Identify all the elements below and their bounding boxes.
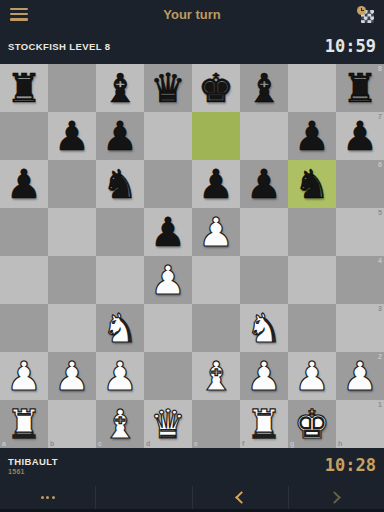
piece-black-bishop[interactable]: ♝ bbox=[102, 68, 138, 108]
piece-black-pawn[interactable]: ♟ bbox=[246, 164, 282, 204]
piece-white-rook[interactable]: ♜ bbox=[246, 404, 282, 444]
square-c2[interactable]: ♟ bbox=[96, 352, 144, 400]
piece-black-pawn[interactable]: ♟ bbox=[6, 164, 42, 204]
piece-black-queen[interactable]: ♛ bbox=[150, 68, 186, 108]
square-d8[interactable]: ♛ bbox=[144, 64, 192, 112]
bottom-nav bbox=[0, 486, 384, 509]
square-a7[interactable] bbox=[0, 112, 48, 160]
square-g1[interactable]: ♚g bbox=[288, 400, 336, 448]
square-c6[interactable]: ♞ bbox=[96, 160, 144, 208]
piece-black-pawn[interactable]: ♟ bbox=[342, 116, 378, 156]
more-actions-button[interactable] bbox=[0, 486, 95, 509]
square-a3[interactable] bbox=[0, 304, 48, 352]
square-h8[interactable]: ♜8 bbox=[336, 64, 384, 112]
coord-rank-3: 3 bbox=[378, 305, 382, 312]
square-g4[interactable] bbox=[288, 256, 336, 304]
piece-black-pawn[interactable]: ♟ bbox=[54, 116, 90, 156]
square-c4[interactable] bbox=[96, 256, 144, 304]
square-f8[interactable]: ♝ bbox=[240, 64, 288, 112]
piece-white-pawn[interactable]: ♟ bbox=[102, 356, 138, 396]
square-d3[interactable] bbox=[144, 304, 192, 352]
square-f7[interactable] bbox=[240, 112, 288, 160]
opponent-bar: STOCKFISH LEVEL 8 10:59 bbox=[0, 28, 384, 64]
square-h2[interactable]: ♟2 bbox=[336, 352, 384, 400]
coord-rank-7: 7 bbox=[378, 113, 382, 120]
piece-black-pawn[interactable]: ♟ bbox=[294, 116, 330, 156]
piece-black-pawn[interactable]: ♟ bbox=[198, 164, 234, 204]
piece-white-king[interactable]: ♚ bbox=[294, 404, 330, 444]
coord-rank-2: 2 bbox=[378, 353, 382, 360]
piece-black-knight[interactable]: ♞ bbox=[294, 164, 330, 204]
piece-white-pawn[interactable]: ♟ bbox=[6, 356, 42, 396]
chevron-right-icon bbox=[329, 491, 342, 504]
move-forward-button[interactable] bbox=[288, 486, 384, 509]
square-b7[interactable]: ♟ bbox=[48, 112, 96, 160]
coord-rank-8: 8 bbox=[378, 65, 382, 72]
square-e5[interactable]: ♟ bbox=[192, 208, 240, 256]
square-g7[interactable]: ♟ bbox=[288, 112, 336, 160]
piece-white-pawn[interactable]: ♟ bbox=[198, 212, 234, 252]
square-b2[interactable]: ♟ bbox=[48, 352, 96, 400]
coord-rank-6: 6 bbox=[378, 161, 382, 168]
square-a1[interactable]: ♜a bbox=[0, 400, 48, 448]
app-bar: Your turn bbox=[0, 0, 384, 28]
square-f2[interactable]: ♟ bbox=[240, 352, 288, 400]
piece-black-rook[interactable]: ♜ bbox=[342, 68, 378, 108]
coord-file-g: g bbox=[290, 440, 294, 447]
square-c8[interactable]: ♝ bbox=[96, 64, 144, 112]
square-c1[interactable]: ♝c bbox=[96, 400, 144, 448]
ongoing-games-button[interactable] bbox=[359, 6, 374, 23]
coord-file-f: f bbox=[242, 440, 244, 447]
coord-file-b: b bbox=[50, 440, 54, 447]
piece-black-pawn[interactable]: ♟ bbox=[102, 116, 138, 156]
ellipsis-icon bbox=[41, 496, 55, 499]
coord-rank-4: 4 bbox=[378, 257, 382, 264]
player-bar: THIBAULT 1561 10:28 bbox=[0, 448, 384, 482]
coord-file-a: a bbox=[2, 440, 6, 447]
opponent-name: STOCKFISH LEVEL 8 bbox=[8, 41, 111, 52]
piece-white-pawn[interactable]: ♟ bbox=[54, 356, 90, 396]
coord-file-c: c bbox=[98, 440, 102, 447]
piece-white-pawn[interactable]: ♟ bbox=[246, 356, 282, 396]
player-clock: 10:28 bbox=[325, 455, 376, 475]
coord-file-e: e bbox=[194, 440, 198, 447]
piece-white-knight[interactable]: ♞ bbox=[102, 308, 138, 348]
square-d6[interactable] bbox=[144, 160, 192, 208]
square-d5[interactable]: ♟ bbox=[144, 208, 192, 256]
square-c3[interactable]: ♞ bbox=[96, 304, 144, 352]
piece-white-pawn[interactable]: ♟ bbox=[150, 260, 186, 300]
square-d7[interactable] bbox=[144, 112, 192, 160]
square-e2[interactable]: ♝ bbox=[192, 352, 240, 400]
square-b1[interactable]: b bbox=[48, 400, 96, 448]
coord-rank-5: 5 bbox=[378, 209, 382, 216]
piece-black-pawn[interactable]: ♟ bbox=[150, 212, 186, 252]
piece-white-bishop[interactable]: ♝ bbox=[102, 404, 138, 444]
square-a6[interactable]: ♟ bbox=[0, 160, 48, 208]
piece-white-pawn[interactable]: ♟ bbox=[294, 356, 330, 396]
opponent-clock: 10:59 bbox=[325, 36, 376, 56]
square-c7[interactable]: ♟ bbox=[96, 112, 144, 160]
square-h3[interactable]: 3 bbox=[336, 304, 384, 352]
square-a8[interactable]: ♜ bbox=[0, 64, 48, 112]
menu-icon[interactable] bbox=[10, 8, 28, 21]
square-g8[interactable] bbox=[288, 64, 336, 112]
piece-white-bishop[interactable]: ♝ bbox=[198, 356, 234, 396]
square-f5[interactable] bbox=[240, 208, 288, 256]
square-f6[interactable]: ♟ bbox=[240, 160, 288, 208]
square-e3[interactable] bbox=[192, 304, 240, 352]
chevron-left-icon bbox=[235, 491, 248, 504]
move-back-button[interactable] bbox=[192, 486, 288, 509]
piece-black-knight[interactable]: ♞ bbox=[102, 164, 138, 204]
piece-black-rook[interactable]: ♜ bbox=[6, 68, 42, 108]
square-a5[interactable] bbox=[0, 208, 48, 256]
square-b3[interactable] bbox=[48, 304, 96, 352]
square-d2[interactable] bbox=[144, 352, 192, 400]
square-d4[interactable]: ♟ bbox=[144, 256, 192, 304]
square-a4[interactable] bbox=[0, 256, 48, 304]
square-e6[interactable]: ♟ bbox=[192, 160, 240, 208]
square-g3[interactable] bbox=[288, 304, 336, 352]
square-b8[interactable] bbox=[48, 64, 96, 112]
square-h6[interactable]: 6 bbox=[336, 160, 384, 208]
square-b6[interactable] bbox=[48, 160, 96, 208]
square-h5[interactable]: 5 bbox=[336, 208, 384, 256]
square-f3[interactable]: ♞ bbox=[240, 304, 288, 352]
piece-black-bishop[interactable]: ♝ bbox=[246, 68, 282, 108]
square-f4[interactable] bbox=[240, 256, 288, 304]
piece-white-rook[interactable]: ♜ bbox=[6, 404, 42, 444]
square-b5[interactable] bbox=[48, 208, 96, 256]
square-e1[interactable]: e bbox=[192, 400, 240, 448]
coord-rank-1: 1 bbox=[378, 401, 382, 408]
square-d1[interactable]: ♛d bbox=[144, 400, 192, 448]
square-g5[interactable] bbox=[288, 208, 336, 256]
square-e8[interactable]: ♚ bbox=[192, 64, 240, 112]
square-h4[interactable]: 4 bbox=[336, 256, 384, 304]
piece-white-knight[interactable]: ♞ bbox=[246, 308, 282, 348]
square-f1[interactable]: ♜f bbox=[240, 400, 288, 448]
coord-file-h: h bbox=[338, 440, 342, 447]
square-c5[interactable] bbox=[96, 208, 144, 256]
player-rating: 1561 bbox=[8, 468, 58, 475]
square-g6[interactable]: ♞ bbox=[288, 160, 336, 208]
page-title: Your turn bbox=[0, 7, 384, 22]
square-e7[interactable] bbox=[192, 112, 240, 160]
square-h1[interactable]: 1h bbox=[336, 400, 384, 448]
chess-board: ♜♝♛♚♝♜8♟♟♟♟7♟♞♟♟♞6♟♟5♟4♞♞3♟♟♟♝♟♟♟2♜ab♝c♛… bbox=[0, 64, 384, 448]
piece-black-king[interactable]: ♚ bbox=[198, 68, 234, 108]
piece-white-pawn[interactable]: ♟ bbox=[342, 356, 378, 396]
player-name: THIBAULT bbox=[8, 456, 58, 467]
coord-file-d: d bbox=[146, 440, 150, 447]
square-a2[interactable]: ♟ bbox=[0, 352, 48, 400]
square-h7[interactable]: ♟7 bbox=[336, 112, 384, 160]
square-e4[interactable] bbox=[192, 256, 240, 304]
square-b4[interactable] bbox=[48, 256, 96, 304]
nav-blank-section[interactable] bbox=[95, 486, 191, 509]
clock-badge-icon bbox=[357, 6, 366, 15]
square-g2[interactable]: ♟ bbox=[288, 352, 336, 400]
piece-white-queen[interactable]: ♛ bbox=[150, 404, 186, 444]
